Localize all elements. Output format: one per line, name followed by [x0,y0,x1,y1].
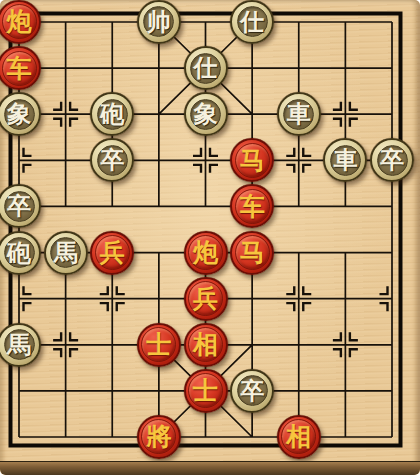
board-point[interactable] [369,414,416,460]
board-point[interactable] [369,229,416,275]
piece-black-chariot[interactable]: 車 [277,92,321,136]
board-point[interactable] [322,276,369,322]
piece-red-horse[interactable]: 马 [230,138,274,182]
board-point[interactable]: 相 [182,322,229,368]
piece-glyph: 相 [286,424,311,449]
piece-black-pawn[interactable]: 卒 [90,138,134,182]
piece-red-general[interactable]: 將 [137,415,181,459]
piece-black-pawn[interactable]: 卒 [370,138,414,182]
board-point[interactable] [136,183,183,229]
board-point[interactable] [229,276,276,322]
board-point[interactable] [42,183,89,229]
piece-glyph: 相 [193,332,218,357]
piece-glyph: 車 [333,148,357,172]
board-point[interactable] [136,276,183,322]
board-point[interactable] [42,414,89,460]
board-point[interactable] [275,0,322,45]
piece-glyph: 士 [146,332,171,357]
piece-glyph: 车 [7,56,32,81]
board-point[interactable] [322,91,369,137]
board-point[interactable] [136,137,183,183]
board-point[interactable]: 卒 [89,137,136,183]
board-point[interactable] [322,0,369,45]
board-point[interactable]: 卒 [369,137,416,183]
board-point[interactable] [322,368,369,414]
piece-black-horse[interactable]: 馬 [44,231,88,275]
piece-glyph: 將 [146,424,171,449]
board-point[interactable] [89,414,136,460]
board-point[interactable] [182,137,229,183]
board-point[interactable]: 馬 [0,322,42,368]
board-grid: 炮帅仕车仕象砲象車卒马車卒卒车砲馬兵炮马兵馬士相士卒將相 [0,0,415,460]
piece-black-pawn[interactable]: 卒 [0,184,41,228]
board-point[interactable] [322,183,369,229]
piece-glyph: 卒 [380,148,404,172]
piece-glyph: 仕 [194,56,218,80]
piece-glyph: 車 [287,102,311,126]
piece-glyph: 卒 [100,148,124,172]
board-point[interactable] [322,322,369,368]
board-point[interactable]: 仕 [229,0,276,45]
board-point[interactable] [322,229,369,275]
piece-glyph: 砲 [100,102,124,126]
board-point[interactable] [369,91,416,137]
board-point[interactable]: 象 [0,91,42,137]
board-point[interactable] [275,45,322,91]
board-point[interactable] [229,91,276,137]
board-point[interactable]: 帅 [136,0,183,45]
board-point[interactable] [89,276,136,322]
board-point[interactable] [0,137,42,183]
piece-red-chariot[interactable]: 车 [230,184,274,228]
board-point[interactable] [182,414,229,460]
piece-glyph: 象 [7,102,31,126]
piece-black-general[interactable]: 帅 [137,0,181,44]
piece-red-pawn[interactable]: 兵 [184,277,228,321]
board-point[interactable] [275,276,322,322]
board-point[interactable] [42,137,89,183]
board-point[interactable] [136,91,183,137]
piece-red-pawn[interactable]: 兵 [90,231,134,275]
board-point[interactable] [275,137,322,183]
board-point[interactable]: 車 [275,91,322,137]
board-point[interactable]: 马 [229,229,276,275]
piece-glyph: 仕 [240,10,264,34]
board-point[interactable] [369,183,416,229]
board-point[interactable] [42,368,89,414]
piece-black-advisor[interactable]: 仕 [230,0,274,44]
board-point[interactable]: 士 [182,368,229,414]
piece-glyph: 马 [240,148,265,173]
piece-black-advisor[interactable]: 仕 [184,46,228,90]
board-point[interactable]: 卒 [0,183,42,229]
board-point[interactable] [42,45,89,91]
board-point[interactable] [89,0,136,45]
board-point[interactable] [89,368,136,414]
board-point[interactable] [89,45,136,91]
piece-glyph: 卒 [240,379,264,403]
piece-glyph: 炮 [193,240,218,265]
board-point[interactable] [0,368,42,414]
piece-black-elephant[interactable]: 象 [184,92,228,136]
board-point[interactable]: 馬 [42,229,89,275]
piece-black-chariot[interactable]: 車 [323,138,367,182]
board-point[interactable]: 炮 [0,0,42,45]
board-point[interactable] [275,368,322,414]
piece-red-cannon[interactable]: 炮 [0,0,41,44]
piece-red-elephant[interactable]: 相 [277,415,321,459]
board-point[interactable] [42,91,89,137]
board-point[interactable]: 士 [136,322,183,368]
board-point[interactable]: 砲 [89,91,136,137]
board-point[interactable] [369,45,416,91]
board-point[interactable] [0,276,42,322]
board-point[interactable] [182,183,229,229]
board-point[interactable] [182,0,229,45]
board-point[interactable] [275,322,322,368]
piece-glyph: 兵 [100,240,125,265]
piece-glyph: 车 [240,194,265,219]
piece-black-pawn[interactable]: 卒 [230,369,274,413]
piece-glyph: 炮 [7,9,32,34]
board-point[interactable]: 相 [275,414,322,460]
board-point[interactable]: 车 [229,183,276,229]
board-point[interactable] [136,368,183,414]
board-point[interactable] [322,45,369,91]
board-point[interactable]: 仕 [182,45,229,91]
board-point[interactable] [275,183,322,229]
piece-red-elephant[interactable]: 相 [184,323,228,367]
board-point[interactable] [89,183,136,229]
board-point[interactable]: 砲 [0,229,42,275]
board-point[interactable]: 卒 [229,368,276,414]
board-point[interactable] [0,414,42,460]
board-point[interactable] [229,322,276,368]
piece-glyph: 士 [193,378,218,403]
piece-red-advisor[interactable]: 士 [184,369,228,413]
board-point[interactable] [369,322,416,368]
board-point[interactable] [369,276,416,322]
board-point[interactable] [42,322,89,368]
board-point[interactable]: 兵 [89,229,136,275]
board-point[interactable] [322,414,369,460]
board-point[interactable] [42,0,89,45]
piece-black-horse[interactable]: 馬 [0,323,41,367]
piece-red-advisor[interactable]: 士 [137,323,181,367]
board-point[interactable] [369,0,416,45]
board-point[interactable] [275,229,322,275]
piece-glyph: 帅 [147,10,171,34]
piece-black-cannon[interactable]: 砲 [0,231,41,275]
board-point[interactable]: 兵 [182,276,229,322]
board-point[interactable] [42,276,89,322]
board-point[interactable]: 炮 [182,229,229,275]
piece-glyph: 馬 [54,241,78,265]
board-point[interactable] [229,45,276,91]
piece-red-chariot[interactable]: 车 [0,46,41,90]
xiangqi-board: 炮帅仕车仕象砲象車卒马車卒卒车砲馬兵炮马兵馬士相士卒將相 [0,0,420,475]
board-point[interactable] [136,229,183,275]
board-point[interactable]: 將 [136,414,183,460]
piece-black-elephant[interactable]: 象 [0,92,41,136]
board-point[interactable] [369,368,416,414]
piece-glyph: 砲 [7,241,31,265]
board-point[interactable]: 车 [0,45,42,91]
piece-glyph: 馬 [7,333,31,357]
board-point[interactable]: 马 [229,137,276,183]
piece-red-horse[interactable]: 马 [230,231,274,275]
board-point[interactable] [89,322,136,368]
piece-glyph: 象 [194,102,218,126]
board-point[interactable] [229,414,276,460]
piece-glyph: 卒 [7,194,31,218]
piece-glyph: 兵 [193,286,218,311]
piece-glyph: 马 [240,240,265,265]
piece-black-cannon[interactable]: 砲 [90,92,134,136]
piece-red-cannon[interactable]: 炮 [184,231,228,275]
board-point[interactable] [136,45,183,91]
board-point[interactable]: 車 [322,137,369,183]
board-point[interactable]: 象 [182,91,229,137]
board-front-edge [0,461,420,475]
